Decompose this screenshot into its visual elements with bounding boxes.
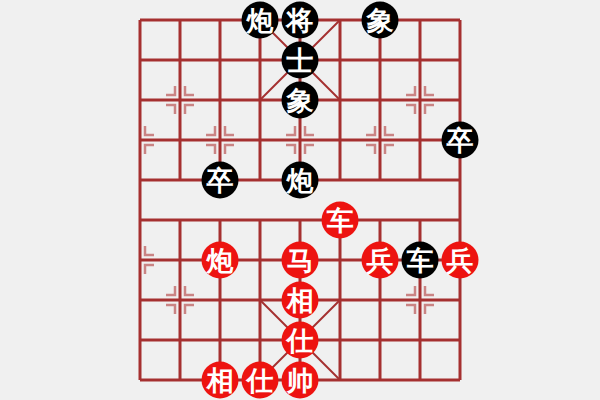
piece-black-general[interactable]: 将	[282, 2, 319, 39]
piece-black-elephant[interactable]: 象	[362, 2, 399, 39]
piece-red-horse[interactable]: 马	[282, 242, 319, 279]
piece-red-advisor[interactable]: 仕	[282, 322, 319, 359]
piece-black-cannon[interactable]: 炮	[282, 162, 319, 199]
piece-black-chariot[interactable]: 车	[402, 242, 439, 279]
piece-red-elephant[interactable]: 相	[282, 282, 319, 319]
piece-red-advisor[interactable]: 仕	[242, 362, 279, 399]
piece-black-soldier[interactable]: 卒	[202, 162, 239, 199]
piece-red-soldier[interactable]: 兵	[442, 242, 479, 279]
piece-black-cannon[interactable]: 炮	[242, 2, 279, 39]
piece-black-elephant[interactable]: 象	[282, 82, 319, 119]
piece-red-chariot[interactable]: 车	[322, 202, 359, 239]
piece-red-cannon[interactable]: 炮	[202, 242, 239, 279]
piece-red-soldier[interactable]: 兵	[362, 242, 399, 279]
piece-black-soldier[interactable]: 卒	[442, 122, 479, 159]
piece-black-advisor[interactable]: 士	[282, 42, 319, 79]
piece-red-king[interactable]: 帅	[282, 362, 319, 399]
xiangqi-board[interactable]: 炮将象士象卒卒炮车炮马兵车兵相仕相仕帅	[0, 0, 600, 400]
piece-red-elephant[interactable]: 相	[202, 362, 239, 399]
